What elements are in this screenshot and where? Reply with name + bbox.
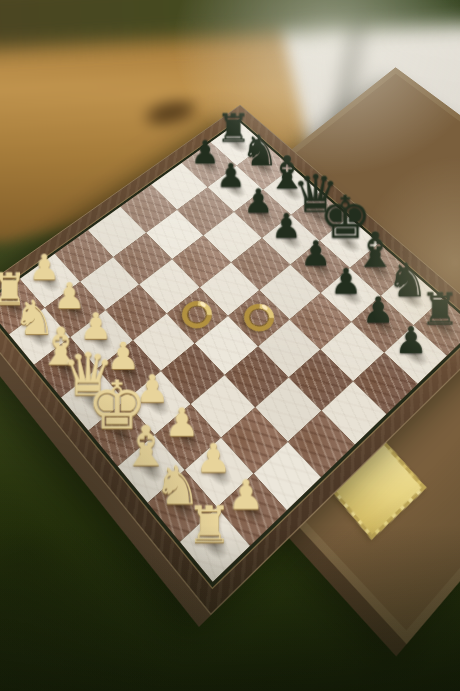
black-pawn-glyph: ♟	[370, 323, 452, 360]
white-rook-glyph: ♜	[163, 500, 256, 551]
photo-scene: ♜♞♝♛♚♝♞♜♟♟♟♟♟♟♟♟♟♟♟♟♟♟♟♟♜♞♝♛♚♝♞♜	[0, 0, 460, 691]
